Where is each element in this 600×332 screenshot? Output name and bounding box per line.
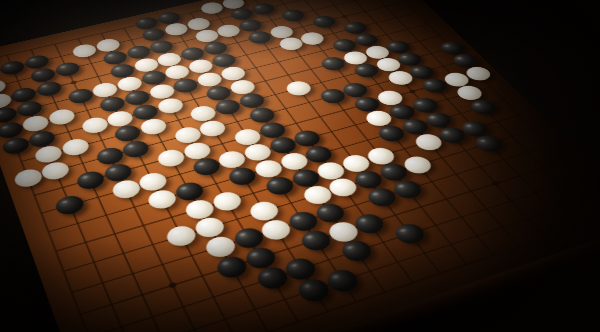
stone-black[interactable]: ● (471, 133, 506, 154)
stone-black[interactable]: ● (337, 238, 375, 265)
stone-white[interactable]: ○ (39, 159, 71, 182)
stone-white[interactable]: ○ (363, 145, 398, 167)
stone-black[interactable]: ● (190, 156, 224, 178)
stone-white[interactable]: ○ (411, 131, 446, 152)
stone-black[interactable]: ● (0, 135, 31, 156)
stone-white[interactable]: ○ (33, 144, 65, 166)
scene-3d: ○●●○○●●○○●○○●●○●●●●●○○●●○●●●○○●●●○●●●●○○… (0, 0, 600, 332)
stone-white[interactable]: ○ (182, 197, 217, 222)
stone-black[interactable]: ● (120, 138, 152, 159)
stone-black[interactable]: ● (285, 209, 322, 234)
stone-white[interactable]: ○ (209, 189, 244, 213)
stone-black[interactable]: ● (249, 2, 277, 17)
stone-black[interactable]: ● (53, 61, 82, 79)
stone-white[interactable]: ○ (202, 234, 239, 261)
stone-white[interactable]: ○ (283, 79, 314, 98)
stone-black[interactable]: ● (302, 143, 336, 165)
stone-black[interactable]: ● (94, 145, 126, 167)
stone-white[interactable]: ○ (145, 187, 179, 211)
stone-white[interactable]: ○ (215, 149, 249, 171)
stone-black[interactable]: ● (389, 178, 425, 201)
stone-black[interactable]: ● (282, 255, 321, 283)
stone-white[interactable]: ○ (241, 142, 275, 164)
stone-white[interactable]: ○ (79, 115, 110, 135)
stone-white[interactable]: ○ (400, 154, 436, 176)
stone-black[interactable]: ● (279, 8, 308, 23)
stone-black[interactable]: ● (172, 180, 206, 204)
stone-white[interactable]: ○ (12, 167, 44, 190)
stone-white[interactable]: ○ (277, 150, 311, 172)
stone-white[interactable]: ○ (180, 140, 213, 162)
stone-black[interactable]: ● (266, 135, 300, 156)
stone-black[interactable]: ● (291, 128, 325, 149)
stone-black[interactable]: ● (351, 211, 388, 236)
stone-white[interactable]: ○ (192, 215, 228, 241)
stone-black[interactable]: ● (0, 59, 27, 77)
stone-black[interactable]: ● (294, 276, 334, 305)
stone-white[interactable]: ○ (247, 199, 283, 224)
stone-black[interactable]: ● (376, 161, 412, 184)
stone-black[interactable]: ● (0, 120, 25, 141)
stone-black[interactable]: ● (101, 161, 134, 184)
stone-black[interactable]: ● (53, 193, 87, 217)
stone-white[interactable]: ○ (154, 147, 187, 169)
stone-white[interactable]: ○ (258, 217, 295, 243)
stone-black[interactable]: ● (391, 221, 429, 247)
stone-black[interactable]: ● (323, 266, 362, 294)
stone-white[interactable]: ○ (325, 176, 361, 199)
stone-black[interactable]: ● (74, 169, 107, 192)
stone-black[interactable]: ● (241, 244, 279, 271)
stone-white[interactable]: ○ (164, 223, 200, 249)
stone-black[interactable]: ● (312, 201, 349, 226)
stone-white[interactable]: ○ (300, 183, 336, 207)
stone-black[interactable]: ● (230, 225, 267, 251)
stone-black[interactable]: ● (262, 174, 297, 197)
stone-white[interactable]: ○ (47, 107, 77, 127)
go-board[interactable]: ○●●○○●●○○●○○●●○●●●●●○○●●○●●●○○●●●○●●●●○○… (0, 0, 600, 332)
stone-black[interactable]: ● (288, 167, 323, 190)
stone-black[interactable]: ● (309, 14, 338, 30)
stone-black[interactable]: ● (225, 165, 259, 188)
stone-white[interactable]: ○ (251, 158, 285, 180)
stone-white[interactable]: ○ (60, 137, 92, 158)
stone-white[interactable]: ○ (136, 170, 170, 193)
screenshot-frame: ○●●○○●●○○●○○●●○●●●●●○○●●○●●●○○●●●○●●●●○○… (0, 0, 600, 332)
stone-white[interactable]: ○ (338, 152, 373, 174)
stone-white[interactable]: ○ (71, 43, 99, 60)
stone-white[interactable]: ○ (313, 159, 348, 182)
stone-white[interactable]: ○ (109, 178, 143, 201)
stone-black[interactable]: ● (364, 185, 401, 209)
stone-black[interactable]: ● (297, 227, 335, 253)
stone-black[interactable]: ● (457, 118, 492, 138)
stone-white[interactable]: ○ (324, 219, 362, 245)
stone-black[interactable]: ● (351, 168, 387, 191)
stone-black[interactable]: ● (213, 253, 251, 281)
stone-black[interactable]: ● (253, 264, 292, 292)
stone-black[interactable]: ● (66, 87, 96, 106)
